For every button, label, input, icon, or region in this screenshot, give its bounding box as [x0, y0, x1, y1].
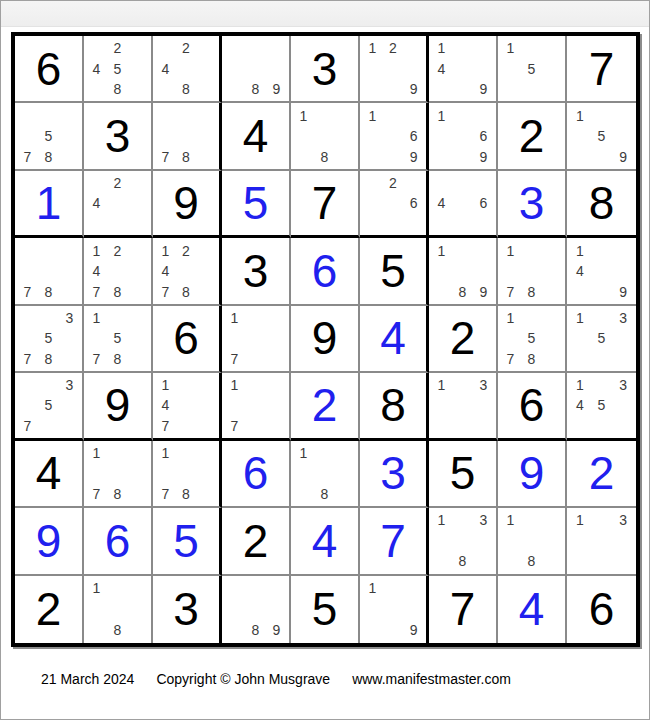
pencil-marks: 578 — [17, 105, 80, 166]
pencil-mark: 8 — [452, 551, 473, 571]
cell-r3c5[interactable]: 7 — [291, 171, 360, 238]
cell-r4c4[interactable]: 3 — [222, 238, 291, 305]
cell-r1c5[interactable]: 3 — [291, 36, 360, 103]
pencil-mark: 5 — [38, 328, 59, 348]
pencil-marks: 13 — [569, 510, 634, 571]
cell-r8c8[interactable]: 18 — [498, 508, 567, 575]
solved-digit: 6 — [291, 238, 358, 303]
solved-digit: 6 — [222, 441, 289, 506]
cell-r2c3[interactable]: 78 — [153, 103, 222, 170]
pencil-mark: 1 — [224, 308, 245, 328]
pencil-mark: 2 — [383, 173, 404, 193]
cell-r9c5[interactable]: 5 — [291, 576, 360, 643]
cell-r5c3[interactable]: 6 — [153, 306, 222, 373]
pencil-mark: 7 — [17, 281, 38, 301]
pencil-mark: 7 — [86, 484, 107, 504]
pencil-marks: 17 — [224, 375, 287, 435]
cell-r6c9[interactable]: 1345 — [567, 373, 636, 440]
pencil-mark: 9 — [612, 146, 634, 166]
pencil-mark: 8 — [107, 484, 128, 504]
pencil-marks: 169 — [431, 105, 494, 166]
pencil-mark: 5 — [107, 58, 128, 78]
pencil-marks: 18 — [500, 510, 563, 571]
solved-digit: 4 — [360, 306, 426, 371]
pencil-mark: 1 — [155, 240, 176, 260]
given-digit: 5 — [429, 441, 496, 506]
cell-r7c6[interactable]: 3 — [360, 441, 429, 508]
pencil-mark: 8 — [176, 281, 197, 301]
pencil-mark: 3 — [59, 375, 80, 395]
pencil-mark: 9 — [473, 281, 494, 301]
pencil-mark: 1 — [362, 578, 383, 599]
cell-r5c1[interactable]: 3578 — [15, 306, 84, 373]
cell-r9c3[interactable]: 3 — [153, 576, 222, 643]
pencil-mark: 8 — [176, 146, 197, 166]
solved-digit: 5 — [153, 508, 219, 573]
pencil-marks: 17 — [224, 308, 287, 369]
cell-r7c2[interactable]: 178 — [84, 441, 153, 508]
cell-r8c7[interactable]: 138 — [429, 508, 498, 575]
cell-r9c1[interactable]: 2 — [15, 576, 84, 643]
cell-r7c5[interactable]: 18 — [291, 441, 360, 508]
pencil-mark: 9 — [403, 146, 424, 166]
pencil-mark: 3 — [473, 375, 494, 395]
cell-r8c1[interactable]: 9 — [15, 508, 84, 575]
cell-r4c2[interactable]: 12478 — [84, 238, 153, 305]
pencil-mark: 6 — [403, 193, 424, 213]
pencil-mark: 1 — [86, 578, 107, 599]
cell-r8c5[interactable]: 4 — [291, 508, 360, 575]
pencil-mark: 4 — [86, 193, 107, 213]
given-digit: 4 — [222, 103, 289, 168]
cell-r7c9[interactable]: 2 — [567, 441, 636, 508]
pencil-mark: 9 — [403, 79, 424, 99]
pencil-mark: 4 — [86, 261, 107, 281]
pencil-mark: 6 — [473, 126, 494, 146]
pencil-mark: 1 — [500, 38, 521, 58]
pencil-marks: 15 — [500, 38, 563, 99]
pencil-mark: 8 — [107, 620, 128, 641]
footer-credits: 21 March 2024Copyright © John Musgraveww… — [41, 671, 621, 687]
pencil-marks: 1578 — [500, 308, 563, 369]
solved-digit: 4 — [498, 576, 565, 643]
pencil-mark: 1 — [500, 240, 521, 260]
cell-r1c7[interactable]: 149 — [429, 36, 498, 103]
sudoku-board: 6245824889312914915757837841816916921591… — [11, 32, 640, 647]
pencil-mark: 1 — [86, 240, 107, 260]
cell-r5c7[interactable]: 2 — [429, 306, 498, 373]
cell-r3c7[interactable]: 46 — [429, 171, 498, 238]
pencil-mark: 1 — [431, 510, 452, 530]
cell-r7c4[interactable]: 6 — [222, 441, 291, 508]
pencil-mark: 8 — [245, 79, 266, 99]
pencil-marks: 248 — [155, 38, 217, 99]
pencil-mark: 7 — [86, 281, 107, 301]
given-digit: 6 — [498, 373, 565, 437]
pencil-mark: 8 — [38, 281, 59, 301]
given-digit: 8 — [567, 171, 636, 235]
pencil-mark: 3 — [59, 308, 80, 328]
cell-r7c8[interactable]: 9 — [498, 441, 567, 508]
pencil-mark: 4 — [431, 193, 452, 213]
given-digit: 7 — [567, 36, 636, 101]
pencil-mark: 8 — [107, 281, 128, 301]
website-link[interactable]: www.manifestmaster.com — [352, 671, 511, 687]
solved-digit: 3 — [360, 441, 426, 506]
pencil-marks: 26 — [362, 173, 424, 233]
cell-r2c9[interactable]: 159 — [567, 103, 636, 170]
cell-r6c7[interactable]: 13 — [429, 373, 498, 440]
pencil-mark: 7 — [86, 349, 107, 369]
pencil-mark: 7 — [500, 281, 521, 301]
pencil-mark: 2 — [383, 38, 404, 58]
pencil-mark: 8 — [314, 146, 335, 166]
solved-digit: 9 — [498, 441, 565, 506]
pencil-mark: 8 — [314, 484, 335, 504]
given-digit: 3 — [222, 238, 289, 303]
given-digit: 9 — [153, 171, 219, 235]
cell-r2c5[interactable]: 18 — [291, 103, 360, 170]
pencil-mark: 9 — [266, 620, 287, 641]
pencil-mark: 1 — [224, 375, 245, 395]
solved-digit: 2 — [567, 441, 636, 506]
pencil-mark: 4 — [155, 395, 176, 415]
cell-r6c4[interactable]: 17 — [222, 373, 291, 440]
pencil-marks: 89 — [224, 578, 287, 641]
solved-digit: 5 — [222, 171, 289, 235]
pencil-marks: 78 — [155, 105, 217, 166]
cell-r7c3[interactable]: 178 — [153, 441, 222, 508]
pencil-mark: 7 — [155, 416, 176, 436]
pencil-marks: 178 — [155, 443, 217, 504]
given-digit: 3 — [291, 36, 358, 101]
pencil-mark: 1 — [86, 443, 107, 463]
pencil-mark: 2 — [107, 173, 128, 193]
pencil-mark: 9 — [612, 281, 634, 301]
pencil-mark: 8 — [176, 79, 197, 99]
pencil-mark: 8 — [521, 349, 542, 369]
cell-r1c9[interactable]: 7 — [567, 36, 636, 103]
cell-r4c1[interactable]: 78 — [15, 238, 84, 305]
cell-r6c1[interactable]: 357 — [15, 373, 84, 440]
pencil-mark: 1 — [293, 105, 314, 125]
pencil-marks: 89 — [224, 38, 287, 99]
cell-r1c3[interactable]: 248 — [153, 36, 222, 103]
cell-r5c8[interactable]: 1578 — [498, 306, 567, 373]
cell-r3c3[interactable]: 9 — [153, 171, 222, 238]
pencil-mark: 8 — [521, 551, 542, 571]
pencil-mark: 5 — [521, 328, 542, 348]
pencil-mark: 1 — [155, 375, 176, 395]
given-digit: 5 — [291, 576, 358, 643]
pencil-mark: 7 — [224, 349, 245, 369]
pencil-mark: 5 — [38, 126, 59, 146]
pencil-mark: 1 — [431, 240, 452, 260]
given-digit: 7 — [291, 171, 358, 235]
pencil-mark: 1 — [362, 38, 383, 58]
pencil-mark: 1 — [569, 105, 591, 125]
pencil-mark: 2 — [107, 240, 128, 260]
cell-r4c8[interactable]: 178 — [498, 238, 567, 305]
cell-r5c5[interactable]: 9 — [291, 306, 360, 373]
pencil-mark: 8 — [245, 620, 266, 641]
pencil-mark: 5 — [591, 126, 613, 146]
pencil-mark: 1 — [362, 105, 383, 125]
pencil-mark: 9 — [266, 79, 287, 99]
pencil-mark: 1 — [293, 443, 314, 463]
pencil-mark: 6 — [403, 126, 424, 146]
pencil-mark: 7 — [17, 349, 38, 369]
pencil-mark: 7 — [17, 416, 38, 436]
pencil-mark: 8 — [107, 79, 128, 99]
cell-r4c3[interactable]: 12478 — [153, 238, 222, 305]
pencil-mark: 1 — [86, 308, 107, 328]
cell-r3c9[interactable]: 8 — [567, 171, 636, 238]
solved-digit: 7 — [360, 508, 426, 573]
window-titlebar — [1, 1, 649, 27]
pencil-mark: 3 — [473, 510, 494, 530]
solved-digit: 4 — [291, 508, 358, 573]
cell-r8c4[interactable]: 2 — [222, 508, 291, 575]
cell-r4c7[interactable]: 189 — [429, 238, 498, 305]
pencil-mark: 7 — [224, 416, 245, 436]
cell-r8c6[interactable]: 7 — [360, 508, 429, 575]
given-digit: 7 — [429, 576, 496, 643]
pencil-mark: 7 — [155, 484, 176, 504]
solved-digit: 3 — [498, 171, 565, 235]
pencil-mark: 4 — [569, 261, 591, 281]
cell-r6c6[interactable]: 8 — [360, 373, 429, 440]
pencil-mark: 2 — [107, 38, 128, 58]
cell-r2c7[interactable]: 169 — [429, 103, 498, 170]
given-digit: 6 — [153, 306, 219, 371]
solved-digit: 2 — [291, 373, 358, 437]
pencil-mark: 1 — [569, 240, 591, 260]
cell-r3c8[interactable]: 3 — [498, 171, 567, 238]
cell-r8c9[interactable]: 13 — [567, 508, 636, 575]
pencil-mark: 5 — [38, 395, 59, 415]
pencil-marks: 24 — [86, 173, 149, 233]
cell-r6c2[interactable]: 9 — [84, 373, 153, 440]
given-digit: 8 — [360, 373, 426, 437]
cell-r2c8[interactable]: 2 — [498, 103, 567, 170]
pencil-marks: 189 — [431, 240, 494, 301]
given-digit: 2 — [429, 306, 496, 371]
cell-r9c4[interactable]: 89 — [222, 576, 291, 643]
pencil-marks: 178 — [500, 240, 563, 301]
cell-r1c8[interactable]: 15 — [498, 36, 567, 103]
pencil-mark: 7 — [155, 281, 176, 301]
pencil-mark: 6 — [473, 193, 494, 213]
pencil-marks: 12478 — [155, 240, 217, 301]
cell-r2c2[interactable]: 3 — [84, 103, 153, 170]
pencil-marks: 149 — [569, 240, 634, 301]
cell-r9c7[interactable]: 7 — [429, 576, 498, 643]
given-digit: 5 — [360, 238, 426, 303]
pencil-mark: 8 — [452, 281, 473, 301]
cell-r6c8[interactable]: 6 — [498, 373, 567, 440]
pencil-marks: 159 — [569, 105, 634, 166]
pencil-mark: 1 — [569, 510, 591, 530]
pencil-marks: 19 — [362, 578, 424, 641]
pencil-marks: 46 — [431, 173, 494, 233]
cell-r1c1[interactable]: 6 — [15, 36, 84, 103]
pencil-mark: 1 — [431, 375, 452, 395]
pencil-mark: 2 — [176, 38, 197, 58]
solved-digit: 6 — [84, 508, 151, 573]
pencil-marks: 357 — [17, 375, 80, 435]
cell-r5c4[interactable]: 17 — [222, 306, 291, 373]
pencil-mark: 1 — [155, 443, 176, 463]
pencil-marks: 2458 — [86, 38, 149, 99]
pencil-marks: 13 — [431, 375, 494, 435]
pencil-mark: 3 — [612, 375, 634, 395]
cell-r8c3[interactable]: 5 — [153, 508, 222, 575]
given-digit: 2 — [222, 508, 289, 573]
pencil-marks: 18 — [86, 578, 149, 641]
pencil-mark: 5 — [591, 328, 613, 348]
pencil-marks: 169 — [362, 105, 424, 166]
pencil-marks: 78 — [17, 240, 80, 301]
pencil-mark: 4 — [86, 58, 107, 78]
given-digit: 4 — [15, 441, 82, 506]
solved-digit: 1 — [15, 171, 82, 235]
cell-r1c6[interactable]: 129 — [360, 36, 429, 103]
cell-r5c6[interactable]: 4 — [360, 306, 429, 373]
given-digit: 6 — [15, 36, 82, 101]
pencil-mark: 1 — [431, 38, 452, 58]
pencil-mark: 5 — [591, 395, 613, 415]
given-digit: 3 — [153, 576, 219, 643]
cell-r2c1[interactable]: 578 — [15, 103, 84, 170]
cell-r4c5[interactable]: 6 — [291, 238, 360, 305]
pencil-mark: 1 — [569, 375, 591, 395]
given-digit: 6 — [567, 576, 636, 643]
pencil-mark: 8 — [38, 349, 59, 369]
given-digit: 9 — [84, 373, 151, 437]
pencil-mark: 9 — [473, 146, 494, 166]
cell-r9c8[interactable]: 4 — [498, 576, 567, 643]
pencil-marks: 147 — [155, 375, 217, 435]
pencil-marks: 18 — [293, 443, 356, 504]
given-digit: 2 — [498, 103, 565, 168]
pencil-mark: 2 — [176, 240, 197, 260]
pencil-mark: 3 — [612, 510, 634, 530]
pencil-mark: 8 — [38, 146, 59, 166]
pencil-mark: 3 — [612, 308, 634, 328]
pencil-mark: 9 — [473, 79, 494, 99]
pencil-mark: 4 — [431, 58, 452, 78]
pencil-marks: 3578 — [17, 308, 80, 369]
cell-r3c4[interactable]: 5 — [222, 171, 291, 238]
cell-r1c2[interactable]: 2458 — [84, 36, 153, 103]
cell-r4c6[interactable]: 5 — [360, 238, 429, 305]
pencil-marks: 135 — [569, 308, 634, 369]
cell-r5c9[interactable]: 135 — [567, 306, 636, 373]
pencil-mark: 7 — [500, 349, 521, 369]
pencil-mark: 8 — [521, 281, 542, 301]
cell-r8c2[interactable]: 6 — [84, 508, 153, 575]
pencil-mark: 1 — [500, 308, 521, 328]
pencil-marks: 149 — [431, 38, 494, 99]
puzzle-date: 21 March 2024 — [41, 671, 134, 687]
pencil-mark: 5 — [521, 58, 542, 78]
cell-r2c4[interactable]: 4 — [222, 103, 291, 170]
pencil-mark: 1 — [431, 105, 452, 125]
pencil-mark: 4 — [569, 395, 591, 415]
copyright-text: Copyright © John Musgrave — [156, 671, 330, 687]
given-digit: 3 — [84, 103, 151, 168]
pencil-marks: 1345 — [569, 375, 634, 435]
cell-r1c4[interactable]: 89 — [222, 36, 291, 103]
cell-r4c9[interactable]: 149 — [567, 238, 636, 305]
pencil-mark: 7 — [17, 146, 38, 166]
pencil-mark: 8 — [176, 484, 197, 504]
pencil-marks: 18 — [293, 105, 356, 166]
pencil-mark: 4 — [155, 58, 176, 78]
solved-digit: 9 — [15, 508, 82, 573]
sudoku-window: 6245824889312914915757837841816916921591… — [0, 0, 650, 720]
cell-r6c3[interactable]: 147 — [153, 373, 222, 440]
cell-r7c7[interactable]: 5 — [429, 441, 498, 508]
cell-r6c5[interactable]: 2 — [291, 373, 360, 440]
cell-r7c1[interactable]: 4 — [15, 441, 84, 508]
cell-r3c2[interactable]: 24 — [84, 171, 153, 238]
given-digit: 2 — [15, 576, 82, 643]
pencil-mark: 9 — [403, 620, 424, 641]
pencil-mark: 1 — [500, 510, 521, 530]
pencil-mark: 1 — [569, 308, 591, 328]
cell-r9c6[interactable]: 19 — [360, 576, 429, 643]
pencil-mark: 4 — [155, 261, 176, 281]
pencil-marks: 12478 — [86, 240, 149, 301]
cell-r3c1[interactable]: 1 — [15, 171, 84, 238]
pencil-marks: 138 — [431, 510, 494, 571]
pencil-marks: 178 — [86, 443, 149, 504]
cell-r3c6[interactable]: 26 — [360, 171, 429, 238]
cell-r2c6[interactable]: 169 — [360, 103, 429, 170]
pencil-mark: 7 — [155, 146, 176, 166]
pencil-marks: 1578 — [86, 308, 149, 369]
cell-r5c2[interactable]: 1578 — [84, 306, 153, 373]
given-digit: 9 — [291, 306, 358, 371]
cell-r9c2[interactable]: 18 — [84, 576, 153, 643]
cell-r9c9[interactable]: 6 — [567, 576, 636, 643]
pencil-mark: 5 — [107, 328, 128, 348]
pencil-marks: 129 — [362, 38, 424, 99]
pencil-mark: 8 — [107, 349, 128, 369]
